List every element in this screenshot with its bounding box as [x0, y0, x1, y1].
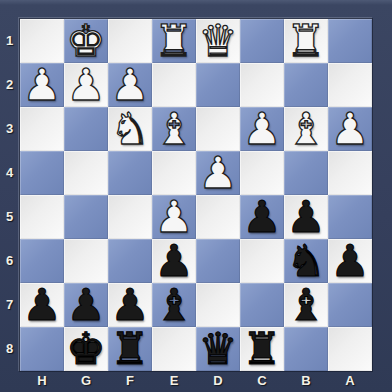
- square-g1[interactable]: ♚: [64, 19, 108, 63]
- square-a8[interactable]: [328, 327, 372, 371]
- rank-label-8: 8: [0, 327, 19, 371]
- square-h2[interactable]: ♟: [20, 63, 64, 107]
- square-f6[interactable]: [108, 239, 152, 283]
- square-b2[interactable]: [284, 63, 328, 107]
- piece-white-pawn: ♟: [20, 63, 64, 107]
- rank-label-6: 6: [0, 239, 19, 283]
- square-d3[interactable]: [196, 107, 240, 151]
- square-b1[interactable]: ♜: [284, 19, 328, 63]
- square-e4[interactable]: [152, 151, 196, 195]
- file-label-f: F: [108, 371, 152, 392]
- square-d2[interactable]: [196, 63, 240, 107]
- square-g2[interactable]: ♟: [64, 63, 108, 107]
- rank-label-2: 2: [0, 63, 19, 107]
- piece-black-knight: ♞: [284, 239, 328, 283]
- square-g7[interactable]: ♟: [64, 283, 108, 327]
- piece-black-pawn: ♟: [240, 195, 284, 239]
- square-d4[interactable]: ♟: [196, 151, 240, 195]
- piece-white-pawn: ♟: [64, 63, 108, 107]
- square-h6[interactable]: [20, 239, 64, 283]
- square-c3[interactable]: ♟: [240, 107, 284, 151]
- square-c1[interactable]: [240, 19, 284, 63]
- piece-white-pawn: ♟: [240, 107, 284, 151]
- rank-label-3: 3: [0, 107, 19, 151]
- piece-white-pawn: ♟: [108, 63, 152, 107]
- piece-white-rook: ♜: [284, 19, 328, 63]
- rank-label-5: 5: [0, 195, 19, 239]
- square-d7[interactable]: [196, 283, 240, 327]
- square-b4[interactable]: [284, 151, 328, 195]
- square-d1[interactable]: ♛: [196, 19, 240, 63]
- piece-black-rook: ♜: [108, 327, 152, 371]
- piece-black-queen: ♛: [196, 327, 240, 371]
- square-h5[interactable]: [20, 195, 64, 239]
- piece-white-pawn: ♟: [196, 151, 240, 195]
- square-f5[interactable]: [108, 195, 152, 239]
- square-g8[interactable]: ♚: [64, 327, 108, 371]
- square-h4[interactable]: [20, 151, 64, 195]
- square-e1[interactable]: ♜: [152, 19, 196, 63]
- square-f2[interactable]: ♟: [108, 63, 152, 107]
- square-a6[interactable]: ♟: [328, 239, 372, 283]
- square-a3[interactable]: ♟: [328, 107, 372, 151]
- square-e7[interactable]: ♝: [152, 283, 196, 327]
- file-label-d: D: [196, 371, 240, 392]
- square-b6[interactable]: ♞: [284, 239, 328, 283]
- square-f7[interactable]: ♟: [108, 283, 152, 327]
- square-f8[interactable]: ♜: [108, 327, 152, 371]
- square-e3[interactable]: ♝: [152, 107, 196, 151]
- square-h1[interactable]: [20, 19, 64, 63]
- square-c5[interactable]: ♟: [240, 195, 284, 239]
- piece-white-queen: ♛: [196, 19, 240, 63]
- square-e8[interactable]: [152, 327, 196, 371]
- piece-white-knight: ♞: [108, 107, 152, 151]
- rank-label-1: 1: [0, 19, 19, 63]
- piece-white-rook: ♜: [152, 19, 196, 63]
- piece-black-bishop: ♝: [152, 283, 196, 327]
- piece-black-pawn: ♟: [64, 283, 108, 327]
- rank-label-7: 7: [0, 283, 19, 327]
- square-a5[interactable]: [328, 195, 372, 239]
- square-a4[interactable]: [328, 151, 372, 195]
- square-e5[interactable]: ♟: [152, 195, 196, 239]
- chess-diagram: 1 2 3 4 5 6 7 8 ♚♜♛♜♟♟♟♞♝♟♝♟♟♟♟♟♟♞♟♟♟♟♝♝…: [0, 0, 392, 392]
- file-label-h: H: [20, 371, 64, 392]
- file-label-e: E: [152, 371, 196, 392]
- piece-black-pawn: ♟: [284, 195, 328, 239]
- square-c2[interactable]: [240, 63, 284, 107]
- square-h8[interactable]: [20, 327, 64, 371]
- file-label-c: C: [240, 371, 284, 392]
- piece-black-pawn: ♟: [152, 239, 196, 283]
- square-f4[interactable]: [108, 151, 152, 195]
- square-a1[interactable]: [328, 19, 372, 63]
- square-g4[interactable]: [64, 151, 108, 195]
- square-c8[interactable]: ♜: [240, 327, 284, 371]
- piece-black-king: ♚: [64, 327, 108, 371]
- square-d6[interactable]: [196, 239, 240, 283]
- rank-label-4: 4: [0, 151, 19, 195]
- square-b8[interactable]: [284, 327, 328, 371]
- square-e6[interactable]: ♟: [152, 239, 196, 283]
- file-label-g: G: [64, 371, 108, 392]
- piece-white-pawn: ♟: [328, 107, 372, 151]
- piece-white-bishop: ♝: [284, 107, 328, 151]
- square-b7[interactable]: ♝: [284, 283, 328, 327]
- piece-white-pawn: ♟: [152, 195, 196, 239]
- square-e2[interactable]: [152, 63, 196, 107]
- square-b5[interactable]: ♟: [284, 195, 328, 239]
- file-label-a: A: [328, 371, 372, 392]
- square-f3[interactable]: ♞: [108, 107, 152, 151]
- piece-black-rook: ♜: [240, 327, 284, 371]
- square-c4[interactable]: [240, 151, 284, 195]
- piece-white-bishop: ♝: [152, 107, 196, 151]
- square-b3[interactable]: ♝: [284, 107, 328, 151]
- square-g5[interactable]: [64, 195, 108, 239]
- piece-black-bishop: ♝: [284, 283, 328, 327]
- chess-board: ♚♜♛♜♟♟♟♞♝♟♝♟♟♟♟♟♟♞♟♟♟♟♝♝♚♜♛♜: [20, 19, 372, 371]
- square-a2[interactable]: [328, 63, 372, 107]
- square-a7[interactable]: [328, 283, 372, 327]
- square-h3[interactable]: [20, 107, 64, 151]
- square-g6[interactable]: [64, 239, 108, 283]
- square-d8[interactable]: ♛: [196, 327, 240, 371]
- piece-black-pawn: ♟: [20, 283, 64, 327]
- square-g3[interactable]: [64, 107, 108, 151]
- piece-black-pawn: ♟: [108, 283, 152, 327]
- file-label-b: B: [284, 371, 328, 392]
- square-c7[interactable]: [240, 283, 284, 327]
- square-c6[interactable]: [240, 239, 284, 283]
- square-d5[interactable]: [196, 195, 240, 239]
- piece-black-pawn: ♟: [328, 239, 372, 283]
- square-f1[interactable]: [108, 19, 152, 63]
- square-h7[interactable]: ♟: [20, 283, 64, 327]
- piece-white-king: ♚: [64, 19, 108, 63]
